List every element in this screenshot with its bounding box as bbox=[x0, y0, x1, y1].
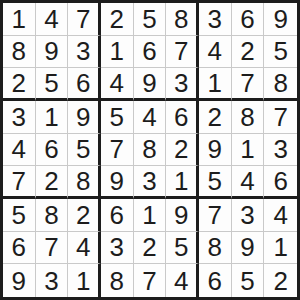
cell-r8c4[interactable]: 3 bbox=[101, 232, 134, 265]
cell-r3c9[interactable]: 8 bbox=[264, 68, 297, 101]
cell-r2c5[interactable]: 6 bbox=[134, 36, 167, 69]
cell-r6c1[interactable]: 7 bbox=[3, 166, 36, 199]
cell-r8c8[interactable]: 9 bbox=[232, 232, 265, 265]
cell-r5c2[interactable]: 6 bbox=[36, 134, 69, 167]
cell-r6c4[interactable]: 9 bbox=[101, 166, 134, 199]
cell-r2c2[interactable]: 9 bbox=[36, 36, 69, 69]
cell-r7c2[interactable]: 8 bbox=[36, 199, 69, 232]
cell-r8c1[interactable]: 6 bbox=[3, 232, 36, 265]
cell-r7c9[interactable]: 4 bbox=[264, 199, 297, 232]
cell-r4c7[interactable]: 2 bbox=[199, 101, 232, 134]
cell-r8c6[interactable]: 5 bbox=[166, 232, 199, 265]
cell-r3c5[interactable]: 9 bbox=[134, 68, 167, 101]
cell-r3c2[interactable]: 5 bbox=[36, 68, 69, 101]
sudoku-board: 1472583698931674252564931783195462874657… bbox=[0, 0, 300, 300]
cell-r7c3[interactable]: 2 bbox=[68, 199, 101, 232]
cell-r3c7[interactable]: 1 bbox=[199, 68, 232, 101]
cell-r9c3[interactable]: 1 bbox=[68, 264, 101, 297]
cell-r7c4[interactable]: 6 bbox=[101, 199, 134, 232]
cell-r3c1[interactable]: 2 bbox=[3, 68, 36, 101]
cell-r8c7[interactable]: 8 bbox=[199, 232, 232, 265]
cell-r1c4[interactable]: 2 bbox=[101, 3, 134, 36]
cell-r4c6[interactable]: 6 bbox=[166, 101, 199, 134]
cell-r1c8[interactable]: 6 bbox=[232, 3, 265, 36]
cell-r1c2[interactable]: 4 bbox=[36, 3, 69, 36]
cell-r6c5[interactable]: 3 bbox=[134, 166, 167, 199]
cell-r5c9[interactable]: 3 bbox=[264, 134, 297, 167]
cell-r9c4[interactable]: 8 bbox=[101, 264, 134, 297]
cell-r6c8[interactable]: 4 bbox=[232, 166, 265, 199]
cell-r5c6[interactable]: 2 bbox=[166, 134, 199, 167]
cell-r1c3[interactable]: 7 bbox=[68, 3, 101, 36]
cell-r5c4[interactable]: 7 bbox=[101, 134, 134, 167]
cell-r4c8[interactable]: 8 bbox=[232, 101, 265, 134]
cell-r2c8[interactable]: 2 bbox=[232, 36, 265, 69]
cell-r9c6[interactable]: 4 bbox=[166, 264, 199, 297]
cell-r9c5[interactable]: 7 bbox=[134, 264, 167, 297]
cell-r2c6[interactable]: 7 bbox=[166, 36, 199, 69]
cell-r2c1[interactable]: 8 bbox=[3, 36, 36, 69]
cell-r4c5[interactable]: 4 bbox=[134, 101, 167, 134]
cell-r3c4[interactable]: 4 bbox=[101, 68, 134, 101]
cell-r9c8[interactable]: 5 bbox=[232, 264, 265, 297]
cell-r9c9[interactable]: 2 bbox=[264, 264, 297, 297]
cell-r9c1[interactable]: 9 bbox=[3, 264, 36, 297]
cell-r8c2[interactable]: 7 bbox=[36, 232, 69, 265]
cell-r4c4[interactable]: 5 bbox=[101, 101, 134, 134]
cell-r4c9[interactable]: 7 bbox=[264, 101, 297, 134]
cell-r7c1[interactable]: 5 bbox=[3, 199, 36, 232]
cell-r7c5[interactable]: 1 bbox=[134, 199, 167, 232]
cell-r7c8[interactable]: 3 bbox=[232, 199, 265, 232]
cell-r8c3[interactable]: 4 bbox=[68, 232, 101, 265]
cell-r6c9[interactable]: 6 bbox=[264, 166, 297, 199]
cell-r4c1[interactable]: 3 bbox=[3, 101, 36, 134]
cell-r3c6[interactable]: 3 bbox=[166, 68, 199, 101]
cell-r6c7[interactable]: 5 bbox=[199, 166, 232, 199]
cell-r4c3[interactable]: 9 bbox=[68, 101, 101, 134]
cell-r5c7[interactable]: 9 bbox=[199, 134, 232, 167]
cell-r2c9[interactable]: 5 bbox=[264, 36, 297, 69]
cell-r8c5[interactable]: 2 bbox=[134, 232, 167, 265]
cell-r9c2[interactable]: 3 bbox=[36, 264, 69, 297]
cell-r6c6[interactable]: 1 bbox=[166, 166, 199, 199]
cell-r2c7[interactable]: 4 bbox=[199, 36, 232, 69]
cell-r5c8[interactable]: 1 bbox=[232, 134, 265, 167]
cell-r2c4[interactable]: 1 bbox=[101, 36, 134, 69]
cell-r1c1[interactable]: 1 bbox=[3, 3, 36, 36]
cell-r1c7[interactable]: 3 bbox=[199, 3, 232, 36]
cell-r5c5[interactable]: 8 bbox=[134, 134, 167, 167]
cell-r5c1[interactable]: 4 bbox=[3, 134, 36, 167]
cell-r6c2[interactable]: 2 bbox=[36, 166, 69, 199]
cell-r4c2[interactable]: 1 bbox=[36, 101, 69, 134]
cell-r3c8[interactable]: 7 bbox=[232, 68, 265, 101]
cell-r1c9[interactable]: 9 bbox=[264, 3, 297, 36]
cell-r2c3[interactable]: 3 bbox=[68, 36, 101, 69]
cell-r9c7[interactable]: 6 bbox=[199, 264, 232, 297]
cell-r1c6[interactable]: 8 bbox=[166, 3, 199, 36]
cell-r6c3[interactable]: 8 bbox=[68, 166, 101, 199]
cell-r7c6[interactable]: 9 bbox=[166, 199, 199, 232]
cell-r7c7[interactable]: 7 bbox=[199, 199, 232, 232]
cell-r1c5[interactable]: 5 bbox=[134, 3, 167, 36]
cell-r8c9[interactable]: 1 bbox=[264, 232, 297, 265]
cell-r5c3[interactable]: 5 bbox=[68, 134, 101, 167]
cell-r3c3[interactable]: 6 bbox=[68, 68, 101, 101]
